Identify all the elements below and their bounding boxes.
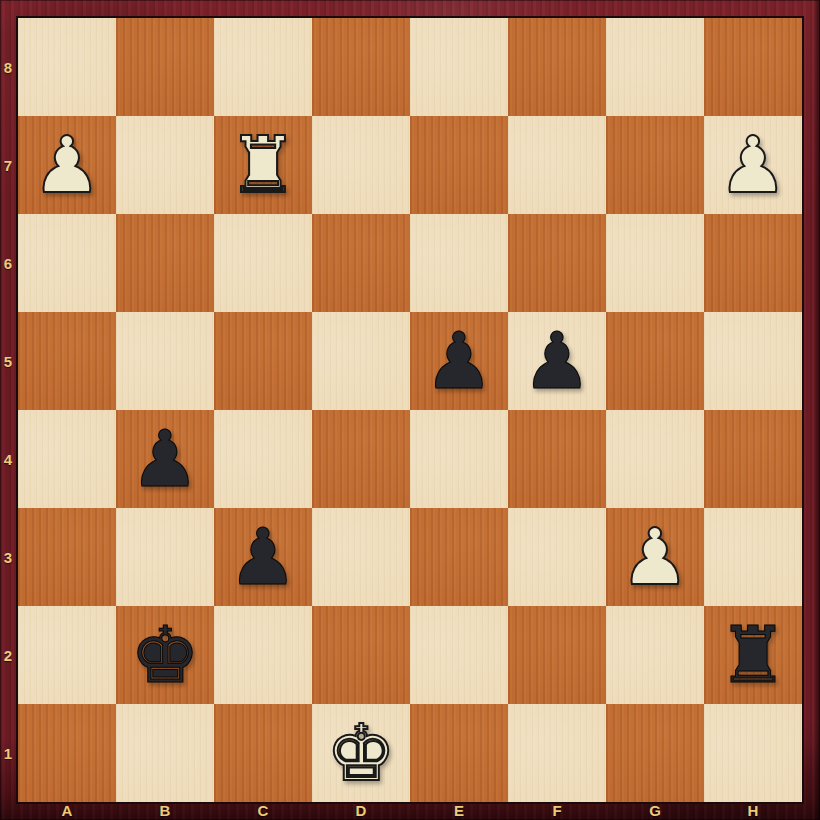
piece-black-pawn[interactable]: ♟ [522, 322, 592, 400]
square-a3[interactable] [18, 508, 116, 606]
chess-board-frame: 87654321 ♟♜♟♟♟♟♟♟♚♜♚ ABCDEFGH [0, 0, 820, 820]
rank-labels: 87654321 [0, 18, 16, 802]
square-g8[interactable] [606, 18, 704, 116]
rank-label-3: 3 [0, 508, 16, 606]
square-e2[interactable] [410, 606, 508, 704]
square-h8[interactable] [704, 18, 802, 116]
square-d5[interactable] [312, 312, 410, 410]
square-g4[interactable] [606, 410, 704, 508]
square-f8[interactable] [508, 18, 606, 116]
file-label-c: C [214, 802, 312, 819]
chess-board[interactable]: ♟♜♟♟♟♟♟♟♚♜♚ [16, 16, 804, 804]
square-h3[interactable] [704, 508, 802, 606]
rank-label-7: 7 [0, 116, 16, 214]
square-f1[interactable] [508, 704, 606, 802]
square-c8[interactable] [214, 18, 312, 116]
square-h1[interactable] [704, 704, 802, 802]
file-label-b: B [116, 802, 214, 819]
square-b5[interactable] [116, 312, 214, 410]
file-label-e: E [410, 802, 508, 819]
square-c6[interactable] [214, 214, 312, 312]
square-e7[interactable] [410, 116, 508, 214]
square-b2[interactable]: ♚ [116, 606, 214, 704]
square-d4[interactable] [312, 410, 410, 508]
square-c4[interactable] [214, 410, 312, 508]
square-g1[interactable] [606, 704, 704, 802]
square-h4[interactable] [704, 410, 802, 508]
square-e5[interactable]: ♟ [410, 312, 508, 410]
square-f3[interactable] [508, 508, 606, 606]
square-f2[interactable] [508, 606, 606, 704]
square-a7[interactable]: ♟ [18, 116, 116, 214]
square-d2[interactable] [312, 606, 410, 704]
rank-label-5: 5 [0, 312, 16, 410]
square-b8[interactable] [116, 18, 214, 116]
piece-black-rook[interactable]: ♜ [718, 616, 788, 694]
square-b1[interactable] [116, 704, 214, 802]
square-b7[interactable] [116, 116, 214, 214]
square-a1[interactable] [18, 704, 116, 802]
square-e1[interactable] [410, 704, 508, 802]
square-d6[interactable] [312, 214, 410, 312]
square-d8[interactable] [312, 18, 410, 116]
square-a8[interactable] [18, 18, 116, 116]
piece-black-pawn[interactable]: ♟ [228, 518, 298, 596]
square-b6[interactable] [116, 214, 214, 312]
square-g6[interactable] [606, 214, 704, 312]
square-e4[interactable] [410, 410, 508, 508]
square-e3[interactable] [410, 508, 508, 606]
file-label-a: A [18, 802, 116, 819]
square-a4[interactable] [18, 410, 116, 508]
piece-white-rook[interactable]: ♜ [228, 126, 298, 204]
file-label-d: D [312, 802, 410, 819]
square-d1[interactable]: ♚ [312, 704, 410, 802]
square-f6[interactable] [508, 214, 606, 312]
square-b3[interactable] [116, 508, 214, 606]
square-d3[interactable] [312, 508, 410, 606]
square-h6[interactable] [704, 214, 802, 312]
square-e8[interactable] [410, 18, 508, 116]
square-f5[interactable]: ♟ [508, 312, 606, 410]
square-f4[interactable] [508, 410, 606, 508]
piece-black-pawn[interactable]: ♟ [424, 322, 494, 400]
rank-label-4: 4 [0, 410, 16, 508]
piece-white-king[interactable]: ♚ [326, 714, 396, 792]
square-c1[interactable] [214, 704, 312, 802]
square-c5[interactable] [214, 312, 312, 410]
piece-black-king[interactable]: ♚ [130, 616, 200, 694]
square-a6[interactable] [18, 214, 116, 312]
square-a5[interactable] [18, 312, 116, 410]
square-h7[interactable]: ♟ [704, 116, 802, 214]
file-label-f: F [508, 802, 606, 819]
file-label-h: H [704, 802, 802, 819]
square-g2[interactable] [606, 606, 704, 704]
file-label-g: G [606, 802, 704, 819]
rank-label-8: 8 [0, 18, 16, 116]
square-b4[interactable]: ♟ [116, 410, 214, 508]
rank-label-2: 2 [0, 606, 16, 704]
square-c7[interactable]: ♜ [214, 116, 312, 214]
square-h2[interactable]: ♜ [704, 606, 802, 704]
piece-white-pawn[interactable]: ♟ [32, 126, 102, 204]
square-h5[interactable] [704, 312, 802, 410]
square-c3[interactable]: ♟ [214, 508, 312, 606]
square-e6[interactable] [410, 214, 508, 312]
piece-white-pawn[interactable]: ♟ [718, 126, 788, 204]
rank-label-6: 6 [0, 214, 16, 312]
square-g7[interactable] [606, 116, 704, 214]
square-g5[interactable] [606, 312, 704, 410]
square-g3[interactable]: ♟ [606, 508, 704, 606]
piece-white-pawn[interactable]: ♟ [620, 518, 690, 596]
square-d7[interactable] [312, 116, 410, 214]
square-a2[interactable] [18, 606, 116, 704]
square-f7[interactable] [508, 116, 606, 214]
square-c2[interactable] [214, 606, 312, 704]
file-labels: ABCDEFGH [18, 802, 802, 819]
piece-black-pawn[interactable]: ♟ [130, 420, 200, 498]
rank-label-1: 1 [0, 704, 16, 802]
